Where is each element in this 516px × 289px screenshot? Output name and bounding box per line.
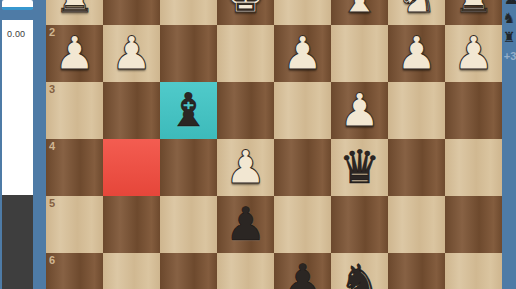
black-pawn-d6[interactable]: ♟: [274, 253, 331, 289]
rank-label-3: 3: [49, 83, 55, 95]
square-a2[interactable]: ♟: [445, 25, 502, 82]
square-b2[interactable]: ♟: [388, 25, 445, 82]
square-d2[interactable]: ♟: [274, 25, 331, 82]
square-c1[interactable]: ♝: [331, 0, 388, 25]
square-h3[interactable]: 3: [46, 82, 103, 139]
eval-graph-dark-zone: [2, 195, 33, 289]
square-e5[interactable]: ♟: [217, 196, 274, 253]
eval-score: 0.00: [7, 29, 25, 39]
square-h2[interactable]: 2♟: [46, 25, 103, 82]
app-screen: 0.00 ♜♚♝♞♜2♟♟♟♟♟3♝♟4♟♛5♟6♟♞ ♟♟ ♞ ♜ +3: [0, 0, 516, 289]
top-tab-card[interactable]: [2, 0, 33, 10]
black-bishop-f3[interactable]: ♝: [160, 82, 217, 139]
square-g4[interactable]: [103, 139, 160, 196]
square-h1[interactable]: ♜: [46, 0, 103, 25]
square-f3[interactable]: ♝: [160, 82, 217, 139]
square-b1[interactable]: ♞: [388, 0, 445, 25]
square-e3[interactable]: [217, 82, 274, 139]
square-h6[interactable]: 6: [46, 253, 103, 289]
square-f4[interactable]: [160, 139, 217, 196]
white-rook-a1[interactable]: ♜: [445, 0, 502, 25]
square-a3[interactable]: [445, 82, 502, 139]
white-pawn-e4[interactable]: ♟: [217, 139, 274, 196]
square-h4[interactable]: 4: [46, 139, 103, 196]
square-e6[interactable]: [217, 253, 274, 289]
square-d1[interactable]: [274, 0, 331, 25]
captured-rook-icon: ♜: [502, 30, 516, 44]
rank-label-5: 5: [49, 197, 55, 209]
square-h5[interactable]: 5: [46, 196, 103, 253]
captured-pawns-icon: ♟♟: [502, 0, 516, 7]
square-f2[interactable]: [160, 25, 217, 82]
white-pawn-c3[interactable]: ♟: [331, 82, 388, 139]
square-e2[interactable]: [217, 25, 274, 82]
eval-graph: 0.00: [2, 20, 33, 289]
square-d3[interactable]: [274, 82, 331, 139]
eval-graph-white-zone: 0.00: [2, 20, 33, 195]
square-f1[interactable]: [160, 0, 217, 25]
white-king-e1[interactable]: ♚: [217, 0, 274, 25]
captured-knight-icon: ♞: [502, 11, 516, 25]
square-b6[interactable]: [388, 253, 445, 289]
square-d6[interactable]: ♟: [274, 253, 331, 289]
square-c2[interactable]: [331, 25, 388, 82]
black-pawn-e5[interactable]: ♟: [217, 196, 274, 253]
white-pawn-h2[interactable]: ♟: [46, 25, 103, 82]
square-c5[interactable]: [331, 196, 388, 253]
square-e1[interactable]: ♚: [217, 0, 274, 25]
square-g1[interactable]: [103, 0, 160, 25]
square-a6[interactable]: [445, 253, 502, 289]
rank-label-4: 4: [49, 140, 55, 152]
white-pawn-a2[interactable]: ♟: [445, 25, 502, 82]
material-advantage: +3: [502, 50, 516, 62]
square-f5[interactable]: [160, 196, 217, 253]
chess-board: ♜♚♝♞♜2♟♟♟♟♟3♝♟4♟♛5♟6♟♞: [46, 0, 502, 289]
square-d4[interactable]: [274, 139, 331, 196]
square-c4[interactable]: ♛: [331, 139, 388, 196]
square-d5[interactable]: [274, 196, 331, 253]
white-pawn-d2[interactable]: ♟: [274, 25, 331, 82]
white-pawn-g2[interactable]: ♟: [103, 25, 160, 82]
square-f6[interactable]: [160, 253, 217, 289]
square-e4[interactable]: ♟: [217, 139, 274, 196]
white-bishop-c1[interactable]: ♝: [331, 0, 388, 25]
rank-label-6: 6: [49, 254, 55, 266]
white-knight-b1[interactable]: ♞: [388, 0, 445, 25]
square-g6[interactable]: [103, 253, 160, 289]
black-queen-c4[interactable]: ♛: [331, 139, 388, 196]
square-g2[interactable]: ♟: [103, 25, 160, 82]
material-tray: ♟♟ ♞ ♜ +3: [502, 0, 516, 289]
white-rook-h1[interactable]: ♜: [46, 0, 103, 25]
square-g3[interactable]: [103, 82, 160, 139]
square-g5[interactable]: [103, 196, 160, 253]
square-a5[interactable]: [445, 196, 502, 253]
square-a4[interactable]: [445, 139, 502, 196]
black-knight-c6[interactable]: ♞: [331, 253, 388, 289]
square-a1[interactable]: ♜: [445, 0, 502, 25]
square-c3[interactable]: ♟: [331, 82, 388, 139]
white-pawn-b2[interactable]: ♟: [388, 25, 445, 82]
square-c6[interactable]: ♞: [331, 253, 388, 289]
square-b5[interactable]: [388, 196, 445, 253]
square-b4[interactable]: [388, 139, 445, 196]
square-b3[interactable]: [388, 82, 445, 139]
